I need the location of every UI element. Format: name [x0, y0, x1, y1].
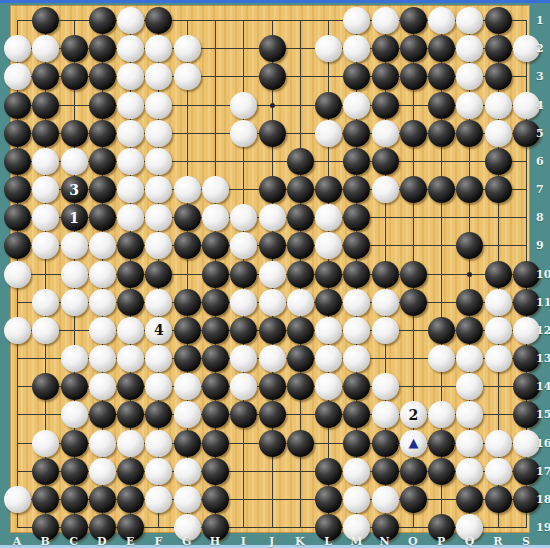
white-stone-F2	[145, 35, 172, 62]
black-stone-J5	[259, 120, 286, 147]
black-stone-G8	[174, 204, 201, 231]
black-stone-K14	[287, 373, 314, 400]
black-stone-K7	[287, 176, 314, 203]
column-label-A: A	[13, 535, 22, 548]
white-stone-G2	[174, 35, 201, 62]
black-stone-N3	[372, 63, 399, 90]
white-stone-F4	[145, 92, 172, 119]
black-stone-M7	[343, 176, 370, 203]
white-stone-N1	[372, 7, 399, 34]
white-stone-E7	[117, 176, 144, 203]
white-stone-M2	[343, 35, 370, 62]
white-stone-G7	[174, 176, 201, 203]
black-stone-D4	[89, 92, 116, 119]
white-stone-Q2	[456, 35, 483, 62]
white-stone-R4	[485, 92, 512, 119]
white-stone-Q3	[456, 63, 483, 90]
black-stone-F15	[145, 401, 172, 428]
black-stone-C17	[61, 458, 88, 485]
white-stone-M12	[343, 317, 370, 344]
white-stone-R17	[485, 458, 512, 485]
black-stone-M3	[343, 63, 370, 90]
black-stone-Q7	[456, 176, 483, 203]
black-stone-C14	[61, 373, 88, 400]
white-stone-L8	[315, 204, 342, 231]
white-stone-E1	[117, 7, 144, 34]
column-label-I: I	[241, 535, 246, 548]
black-stone-A8	[4, 204, 31, 231]
black-stone-H9	[202, 232, 229, 259]
black-stone-D3	[89, 63, 116, 90]
white-stone-F5	[145, 120, 172, 147]
row-label-10: 10	[536, 267, 550, 280]
white-stone-C6	[61, 148, 88, 175]
black-stone-I15	[230, 401, 257, 428]
white-stone-L13	[315, 345, 342, 372]
black-stone-P7	[428, 176, 455, 203]
black-stone-D2	[89, 35, 116, 62]
column-label-B: B	[41, 535, 50, 548]
black-stone-J15	[259, 401, 286, 428]
white-stone-F8	[145, 204, 172, 231]
row-label-19: 19	[536, 521, 550, 534]
black-stone-H14	[202, 373, 229, 400]
column-label-E: E	[126, 535, 134, 548]
black-stone-N17	[372, 458, 399, 485]
black-stone-D5	[89, 120, 116, 147]
black-stone-K12	[287, 317, 314, 344]
black-stone-J12	[259, 317, 286, 344]
white-stone-H7	[202, 176, 229, 203]
black-stone-P17	[428, 458, 455, 485]
white-stone-B7	[32, 176, 59, 203]
black-stone-H11	[202, 289, 229, 316]
white-stone-I14	[230, 373, 257, 400]
column-label-S: S	[522, 535, 530, 548]
white-stone-F7	[145, 176, 172, 203]
black-stone-E15	[117, 401, 144, 428]
white-stone-E2	[117, 35, 144, 62]
black-stone-N2	[372, 35, 399, 62]
white-stone-C13	[61, 345, 88, 372]
black-stone-B1	[32, 7, 59, 34]
white-stone-F17	[145, 458, 172, 485]
black-stone-G16	[174, 430, 201, 457]
black-stone-O5	[400, 120, 427, 147]
white-stone-B11	[32, 289, 59, 316]
black-stone-G11	[174, 289, 201, 316]
white-stone-F9	[145, 232, 172, 259]
white-stone-G14	[174, 373, 201, 400]
black-stone-G13	[174, 345, 201, 372]
white-stone-I11	[230, 289, 257, 316]
white-stone-M17	[343, 458, 370, 485]
white-stone-L9	[315, 232, 342, 259]
black-stone-D6	[89, 148, 116, 175]
white-stone-O15: 2	[400, 401, 427, 428]
column-label-N: N	[380, 535, 390, 548]
white-stone-N14	[372, 373, 399, 400]
white-stone-Q14	[456, 373, 483, 400]
white-stone-J13	[259, 345, 286, 372]
white-stone-F14	[145, 373, 172, 400]
white-stone-B6	[32, 148, 59, 175]
black-stone-J2	[259, 35, 286, 62]
white-stone-D10	[89, 261, 116, 288]
white-stone-D14	[89, 373, 116, 400]
black-stone-A4	[4, 92, 31, 119]
white-stone-F11	[145, 289, 172, 316]
column-label-Q: Q	[465, 535, 475, 548]
white-stone-G3	[174, 63, 201, 90]
white-stone-M13	[343, 345, 370, 372]
black-stone-H18	[202, 486, 229, 513]
black-stone-R10	[485, 261, 512, 288]
white-stone-F16	[145, 430, 172, 457]
move-number-label: 3	[69, 183, 79, 197]
white-stone-N12	[372, 317, 399, 344]
black-stone-Q11	[456, 289, 483, 316]
black-stone-K8	[287, 204, 314, 231]
black-stone-P3	[428, 63, 455, 90]
row-label-14: 14	[536, 380, 550, 393]
black-stone-C8: 1	[61, 204, 88, 231]
white-stone-M4	[343, 92, 370, 119]
black-stone-L10	[315, 261, 342, 288]
black-stone-Q9	[456, 232, 483, 259]
black-stone-R7	[485, 176, 512, 203]
white-stone-E16	[117, 430, 144, 457]
white-stone-C11	[61, 289, 88, 316]
black-stone-K13	[287, 345, 314, 372]
white-stone-Q16	[456, 430, 483, 457]
white-stone-A18	[4, 486, 31, 513]
column-label-D: D	[97, 535, 107, 548]
triangle-marker: ▲	[408, 436, 418, 449]
white-stone-G18	[174, 486, 201, 513]
white-stone-A12	[4, 317, 31, 344]
black-stone-E18	[117, 486, 144, 513]
white-stone-D9	[89, 232, 116, 259]
black-stone-L18	[315, 486, 342, 513]
row-label-4: 4	[536, 98, 544, 111]
row-label-11: 11	[536, 295, 550, 308]
black-stone-C5	[61, 120, 88, 147]
column-label-G: G	[182, 535, 191, 548]
white-stone-G17	[174, 458, 201, 485]
white-stone-N5	[372, 120, 399, 147]
black-stone-F1	[145, 7, 172, 34]
row-label-13: 13	[536, 352, 550, 365]
white-stone-N18	[372, 486, 399, 513]
black-stone-N10	[372, 261, 399, 288]
column-label-C: C	[69, 535, 78, 548]
black-stone-P2	[428, 35, 455, 62]
black-stone-A7	[4, 176, 31, 203]
black-stone-D8	[89, 204, 116, 231]
white-stone-O16: ▲	[400, 430, 427, 457]
black-stone-K10	[287, 261, 314, 288]
black-stone-J9	[259, 232, 286, 259]
black-stone-K16	[287, 430, 314, 457]
row-label-3: 3	[536, 70, 544, 83]
row-label-8: 8	[536, 211, 544, 224]
white-stone-N11	[372, 289, 399, 316]
white-stone-M1	[343, 7, 370, 34]
black-stone-R1	[485, 7, 512, 34]
black-stone-K6	[287, 148, 314, 175]
black-stone-M8	[343, 204, 370, 231]
black-stone-R6	[485, 148, 512, 175]
black-stone-M14	[343, 373, 370, 400]
black-stone-K9	[287, 232, 314, 259]
white-stone-R5	[485, 120, 512, 147]
column-label-L: L	[324, 535, 332, 548]
white-stone-L5	[315, 120, 342, 147]
column-label-P: P	[437, 535, 445, 548]
white-stone-I13	[230, 345, 257, 372]
move-number-label: 1	[69, 211, 79, 225]
black-stone-F10	[145, 261, 172, 288]
white-stone-J11	[259, 289, 286, 316]
black-stone-M15	[343, 401, 370, 428]
white-stone-I4	[230, 92, 257, 119]
black-stone-E10	[117, 261, 144, 288]
black-stone-O7	[400, 176, 427, 203]
white-stone-R11	[485, 289, 512, 316]
black-stone-M6	[343, 148, 370, 175]
row-label-9: 9	[536, 239, 544, 252]
column-label-M: M	[350, 535, 362, 548]
star-point	[467, 272, 472, 277]
star-point	[270, 103, 275, 108]
black-stone-P5	[428, 120, 455, 147]
white-stone-R12	[485, 317, 512, 344]
black-stone-Q5	[456, 120, 483, 147]
black-stone-C3	[61, 63, 88, 90]
black-stone-L4	[315, 92, 342, 119]
white-stone-E6	[117, 148, 144, 175]
black-stone-M10	[343, 261, 370, 288]
black-stone-G12	[174, 317, 201, 344]
black-stone-M9	[343, 232, 370, 259]
white-stone-D17	[89, 458, 116, 485]
white-stone-D11	[89, 289, 116, 316]
white-stone-R16	[485, 430, 512, 457]
black-stone-I10	[230, 261, 257, 288]
black-stone-H12	[202, 317, 229, 344]
column-label-K: K	[295, 535, 305, 548]
black-stone-L15	[315, 401, 342, 428]
row-label-12: 12	[536, 323, 550, 336]
black-stone-J14	[259, 373, 286, 400]
white-stone-B8	[32, 204, 59, 231]
white-stone-K11	[287, 289, 314, 316]
black-stone-O11	[400, 289, 427, 316]
black-stone-C2	[61, 35, 88, 62]
black-stone-O3	[400, 63, 427, 90]
row-label-18: 18	[536, 492, 550, 505]
white-stone-P1	[428, 7, 455, 34]
column-label-R: R	[493, 535, 502, 548]
black-stone-J7	[259, 176, 286, 203]
column-label-F: F	[154, 535, 162, 548]
row-label-1: 1	[536, 14, 544, 27]
white-stone-N15	[372, 401, 399, 428]
white-stone-A10	[4, 261, 31, 288]
black-stone-E11	[117, 289, 144, 316]
column-label-O: O	[408, 535, 418, 548]
row-label-17: 17	[536, 464, 550, 477]
white-stone-B9	[32, 232, 59, 259]
white-stone-C9	[61, 232, 88, 259]
white-stone-E5	[117, 120, 144, 147]
black-stone-C7: 3	[61, 176, 88, 203]
row-label-16: 16	[536, 436, 550, 449]
black-stone-M16	[343, 430, 370, 457]
row-label-6: 6	[536, 154, 544, 167]
black-stone-R3	[485, 63, 512, 90]
row-label-2: 2	[536, 42, 544, 55]
black-stone-O10	[400, 261, 427, 288]
white-stone-R13	[485, 345, 512, 372]
black-stone-E14	[117, 373, 144, 400]
white-stone-J10	[259, 261, 286, 288]
black-stone-G9	[174, 232, 201, 259]
white-stone-I9	[230, 232, 257, 259]
white-stone-E12	[117, 317, 144, 344]
row-label-15: 15	[536, 408, 550, 421]
black-stone-A5	[4, 120, 31, 147]
white-stone-M11	[343, 289, 370, 316]
black-stone-H16	[202, 430, 229, 457]
black-stone-B18	[32, 486, 59, 513]
black-stone-L17	[315, 458, 342, 485]
white-stone-B12	[32, 317, 59, 344]
black-stone-J16	[259, 430, 286, 457]
white-stone-H8	[202, 204, 229, 231]
white-stone-P13	[428, 345, 455, 372]
black-stone-O2	[400, 35, 427, 62]
white-stone-E13	[117, 345, 144, 372]
white-stone-D12	[89, 317, 116, 344]
white-stone-L12	[315, 317, 342, 344]
white-stone-P15	[428, 401, 455, 428]
white-stone-E3	[117, 63, 144, 90]
black-stone-B17	[32, 458, 59, 485]
white-stone-E8	[117, 204, 144, 231]
black-stone-O17	[400, 458, 427, 485]
black-stone-N16	[372, 430, 399, 457]
black-stone-B5	[32, 120, 59, 147]
white-stone-N7	[372, 176, 399, 203]
black-stone-D1	[89, 7, 116, 34]
black-stone-P12	[428, 317, 455, 344]
black-stone-D15	[89, 401, 116, 428]
black-stone-N6	[372, 148, 399, 175]
white-stone-M18	[343, 486, 370, 513]
black-stone-A9	[4, 232, 31, 259]
white-stone-A2	[4, 35, 31, 62]
white-stone-Q1	[456, 7, 483, 34]
white-stone-I5	[230, 120, 257, 147]
black-stone-B3	[32, 63, 59, 90]
black-stone-I12	[230, 317, 257, 344]
white-stone-F18	[145, 486, 172, 513]
white-stone-Q17	[456, 458, 483, 485]
white-stone-Q13	[456, 345, 483, 372]
black-stone-H10	[202, 261, 229, 288]
black-stone-H15	[202, 401, 229, 428]
black-stone-C18	[61, 486, 88, 513]
black-stone-D7	[89, 176, 116, 203]
move-number-label: 4	[154, 323, 164, 337]
column-label-H: H	[210, 535, 220, 548]
white-stone-L2	[315, 35, 342, 62]
white-stone-Q4	[456, 92, 483, 119]
white-stone-F3	[145, 63, 172, 90]
white-stone-D16	[89, 430, 116, 457]
black-stone-J3	[259, 63, 286, 90]
black-stone-N4	[372, 92, 399, 119]
black-stone-Q18	[456, 486, 483, 513]
white-stone-C15	[61, 401, 88, 428]
white-stone-B16	[32, 430, 59, 457]
white-stone-E4	[117, 92, 144, 119]
white-stone-F12: 4	[145, 317, 172, 344]
black-stone-M5	[343, 120, 370, 147]
move-number-label: 2	[409, 408, 419, 422]
white-stone-I8	[230, 204, 257, 231]
black-stone-L11	[315, 289, 342, 316]
white-stone-G15	[174, 401, 201, 428]
black-stone-P16	[428, 430, 455, 457]
column-label-J: J	[269, 535, 274, 548]
white-stone-Q15	[456, 401, 483, 428]
white-stone-C10	[61, 261, 88, 288]
black-stone-E9	[117, 232, 144, 259]
black-stone-D18	[89, 486, 116, 513]
black-stone-A6	[4, 148, 31, 175]
white-stone-L14	[315, 373, 342, 400]
black-stone-B14	[32, 373, 59, 400]
black-stone-H13	[202, 345, 229, 372]
black-stone-E17	[117, 458, 144, 485]
row-label-5: 5	[536, 126, 544, 139]
black-stone-L7	[315, 176, 342, 203]
black-stone-H17	[202, 458, 229, 485]
row-label-7: 7	[536, 183, 544, 196]
black-stone-Q12	[456, 317, 483, 344]
white-stone-J8	[259, 204, 286, 231]
black-stone-B4	[32, 92, 59, 119]
go-board[interactable]: 3142▲	[10, 5, 530, 533]
white-stone-F6	[145, 148, 172, 175]
black-stone-R2	[485, 35, 512, 62]
white-stone-D13	[89, 345, 116, 372]
black-stone-C16	[61, 430, 88, 457]
black-stone-P4	[428, 92, 455, 119]
white-stone-B2	[32, 35, 59, 62]
top-border-line	[0, 0, 550, 3]
white-stone-F13	[145, 345, 172, 372]
black-stone-O18	[400, 486, 427, 513]
black-stone-O1	[400, 7, 427, 34]
white-stone-A3	[4, 63, 31, 90]
black-stone-R18	[485, 486, 512, 513]
go-board-viewer: 3142▲ ABCDEFGHIJKLMNOPQRS123456789101112…	[0, 0, 550, 548]
